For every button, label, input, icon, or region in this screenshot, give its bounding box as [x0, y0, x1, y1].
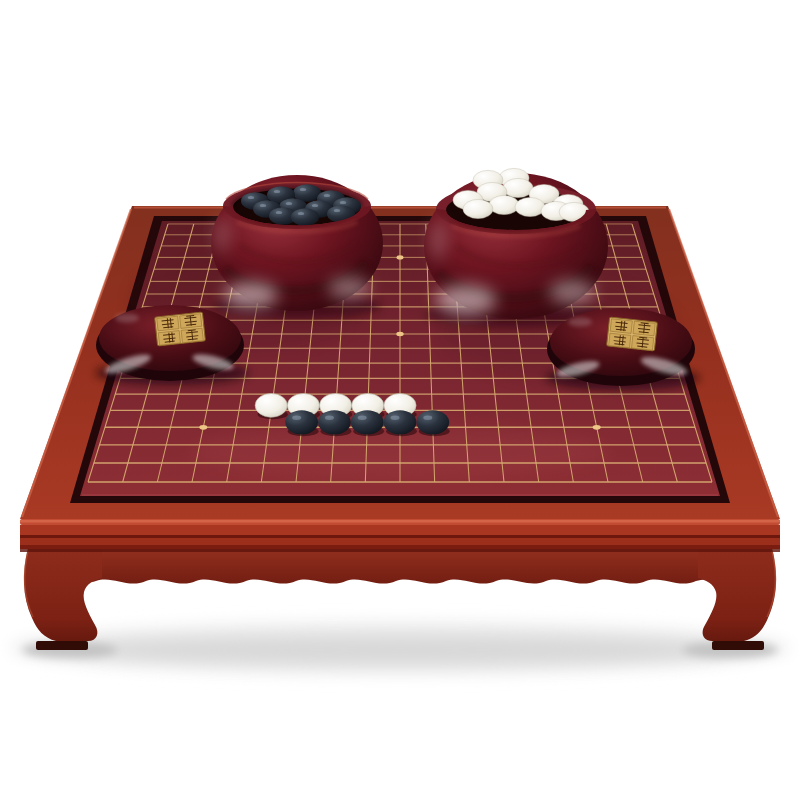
- gloss-highlight: [549, 280, 595, 304]
- stone-glint: [423, 416, 432, 420]
- star-point: [397, 255, 404, 259]
- gloss-highlight: [115, 314, 139, 323]
- black-stone[interactable]: [318, 410, 351, 434]
- bowl-stone-white: [463, 199, 493, 218]
- bowl-stone-white: [515, 197, 545, 216]
- bowl-stone-white: [489, 195, 519, 214]
- black-stone[interactable]: [285, 410, 318, 434]
- gloss-highlight: [430, 220, 446, 260]
- stone-glint: [260, 204, 266, 207]
- bowl-white-stones[interactable]: [424, 168, 608, 319]
- stone-glint: [325, 416, 334, 420]
- stone-glint: [340, 201, 346, 204]
- go-table-photo: [0, 0, 800, 800]
- stone-glint: [274, 190, 280, 193]
- table-leg-right: [698, 548, 776, 641]
- lid-label-char: [158, 331, 180, 346]
- star-point: [396, 332, 403, 336]
- lid-label-char: [181, 328, 203, 343]
- stone-glint: [312, 204, 318, 207]
- table-foot-right: [712, 641, 764, 650]
- lid-label: [155, 312, 206, 346]
- lid-label: [607, 317, 658, 351]
- black-stone[interactable]: [351, 410, 384, 434]
- lid-label-char: [610, 319, 632, 334]
- lid-label-char: [180, 314, 202, 329]
- lid-left[interactable]: [96, 305, 244, 381]
- stone-glint: [286, 202, 292, 205]
- gloss-highlight: [328, 277, 370, 299]
- bowl-stone-black: [291, 208, 319, 226]
- stone-glint: [292, 416, 301, 420]
- stone-glint: [358, 416, 367, 420]
- stone-glint: [298, 212, 304, 215]
- table-apron: [60, 548, 740, 584]
- gloss-highlight: [215, 217, 229, 253]
- gloss-highlight: [436, 285, 496, 315]
- bowl-black-stones[interactable]: [211, 175, 383, 311]
- scene: [0, 0, 800, 800]
- star-point: [199, 425, 207, 430]
- stone-glint: [248, 196, 254, 199]
- gloss-highlight: [568, 318, 592, 327]
- table-foot-left: [36, 641, 88, 650]
- stone-glint: [334, 209, 340, 212]
- stone-glint: [391, 416, 400, 420]
- lid-label-char: [609, 333, 631, 348]
- white-stones-in-bowl: [453, 168, 589, 221]
- stone-glint: [276, 211, 282, 214]
- black-stone[interactable]: [416, 410, 449, 434]
- lid-label-char: [157, 316, 179, 331]
- lid-label-char: [632, 336, 654, 351]
- black-stone[interactable]: [384, 410, 417, 434]
- stone-glint: [300, 188, 306, 191]
- bowl-stone-white: [503, 178, 533, 197]
- floor-shadow: [10, 622, 790, 674]
- star-point: [593, 425, 601, 430]
- lid-label-char: [633, 321, 655, 336]
- table-front-edge: [20, 519, 780, 552]
- gloss-highlight: [224, 282, 278, 308]
- white-stone[interactable]: [255, 393, 287, 417]
- table-leg-left: [24, 548, 102, 641]
- lid-right[interactable]: [547, 308, 695, 386]
- stone-glint: [324, 194, 330, 197]
